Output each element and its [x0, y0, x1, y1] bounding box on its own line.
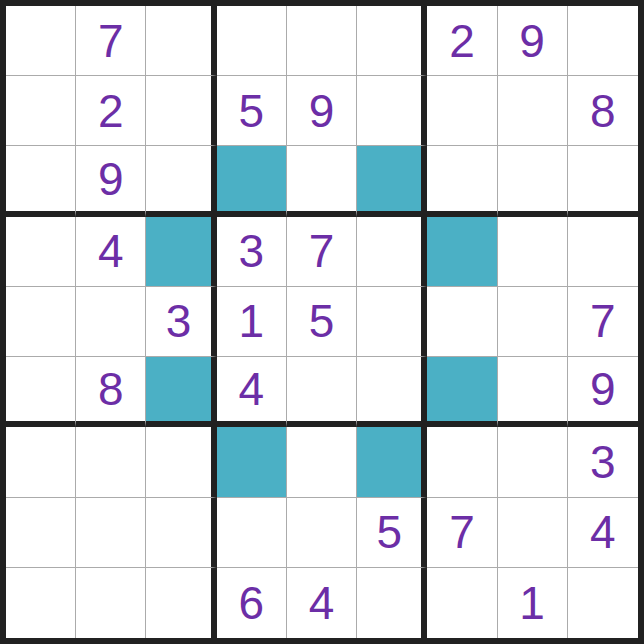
cell-r4c5[interactable]: 7 — [287, 217, 357, 287]
cell-r7c9[interactable]: 3 — [568, 427, 638, 497]
cell-r7c5[interactable] — [287, 427, 357, 497]
cell-r8c8[interactable] — [498, 498, 568, 568]
cell-r9c4[interactable]: 6 — [217, 568, 287, 638]
cell-r3c4[interactable] — [217, 146, 287, 216]
cell-r5c4[interactable]: 1 — [217, 287, 287, 357]
sudoku-board: 7292598943731578493574641 — [0, 0, 644, 644]
cell-r1c9[interactable] — [568, 6, 638, 76]
cell-r4c7[interactable] — [427, 217, 497, 287]
cell-r6c9[interactable]: 9 — [568, 357, 638, 427]
cell-r2c1[interactable] — [6, 76, 76, 146]
cell-r4c2[interactable]: 4 — [76, 217, 146, 287]
cell-r3c6[interactable] — [357, 146, 427, 216]
cell-r5c8[interactable] — [498, 287, 568, 357]
cell-r9c5[interactable]: 4 — [287, 568, 357, 638]
cell-r5c3[interactable]: 3 — [146, 287, 216, 357]
cell-r2c9[interactable]: 8 — [568, 76, 638, 146]
cell-r8c1[interactable] — [6, 498, 76, 568]
cell-r2c4[interactable]: 5 — [217, 76, 287, 146]
cell-r7c1[interactable] — [6, 427, 76, 497]
cell-r6c6[interactable] — [357, 357, 427, 427]
cell-r8c9[interactable]: 4 — [568, 498, 638, 568]
cell-r6c8[interactable] — [498, 357, 568, 427]
cell-r8c3[interactable] — [146, 498, 216, 568]
cell-r5c9[interactable]: 7 — [568, 287, 638, 357]
cell-r4c6[interactable] — [357, 217, 427, 287]
cell-r7c6[interactable] — [357, 427, 427, 497]
cell-r9c8[interactable]: 1 — [498, 568, 568, 638]
cell-r1c6[interactable] — [357, 6, 427, 76]
cell-r4c1[interactable] — [6, 217, 76, 287]
cell-r5c5[interactable]: 5 — [287, 287, 357, 357]
cell-r6c4[interactable]: 4 — [217, 357, 287, 427]
cell-r5c2[interactable] — [76, 287, 146, 357]
cell-r3c8[interactable] — [498, 146, 568, 216]
cell-r6c1[interactable] — [6, 357, 76, 427]
cell-r6c2[interactable]: 8 — [76, 357, 146, 427]
cell-r2c5[interactable]: 9 — [287, 76, 357, 146]
cell-r6c3[interactable] — [146, 357, 216, 427]
cell-r2c7[interactable] — [427, 76, 497, 146]
cell-r8c2[interactable] — [76, 498, 146, 568]
cell-r4c8[interactable] — [498, 217, 568, 287]
cell-r9c6[interactable] — [357, 568, 427, 638]
cell-r6c7[interactable] — [427, 357, 497, 427]
cell-r9c1[interactable] — [6, 568, 76, 638]
cell-r2c2[interactable]: 2 — [76, 76, 146, 146]
cell-r4c4[interactable]: 3 — [217, 217, 287, 287]
cell-r1c8[interactable]: 9 — [498, 6, 568, 76]
cell-r3c9[interactable] — [568, 146, 638, 216]
cell-r8c7[interactable]: 7 — [427, 498, 497, 568]
cell-r7c7[interactable] — [427, 427, 497, 497]
cell-r3c3[interactable] — [146, 146, 216, 216]
cell-r7c4[interactable] — [217, 427, 287, 497]
cell-r7c2[interactable] — [76, 427, 146, 497]
cell-r3c7[interactable] — [427, 146, 497, 216]
cell-r1c3[interactable] — [146, 6, 216, 76]
cell-r8c4[interactable] — [217, 498, 287, 568]
cell-r1c1[interactable] — [6, 6, 76, 76]
cell-r5c7[interactable] — [427, 287, 497, 357]
cell-r2c8[interactable] — [498, 76, 568, 146]
cell-r2c6[interactable] — [357, 76, 427, 146]
cell-r6c5[interactable] — [287, 357, 357, 427]
cell-r5c6[interactable] — [357, 287, 427, 357]
cell-r2c3[interactable] — [146, 76, 216, 146]
cell-r4c9[interactable] — [568, 217, 638, 287]
cell-r1c5[interactable] — [287, 6, 357, 76]
cell-r9c2[interactable] — [76, 568, 146, 638]
cell-r9c7[interactable] — [427, 568, 497, 638]
cell-r7c8[interactable] — [498, 427, 568, 497]
cell-r8c5[interactable] — [287, 498, 357, 568]
cell-r1c2[interactable]: 7 — [76, 6, 146, 76]
cell-r3c1[interactable] — [6, 146, 76, 216]
cell-r4c3[interactable] — [146, 217, 216, 287]
cell-r9c3[interactable] — [146, 568, 216, 638]
cell-r9c9[interactable] — [568, 568, 638, 638]
cell-r7c3[interactable] — [146, 427, 216, 497]
cell-r3c5[interactable] — [287, 146, 357, 216]
cell-r8c6[interactable]: 5 — [357, 498, 427, 568]
cell-r5c1[interactable] — [6, 287, 76, 357]
cell-r1c4[interactable] — [217, 6, 287, 76]
cell-r1c7[interactable]: 2 — [427, 6, 497, 76]
cell-r3c2[interactable]: 9 — [76, 146, 146, 216]
